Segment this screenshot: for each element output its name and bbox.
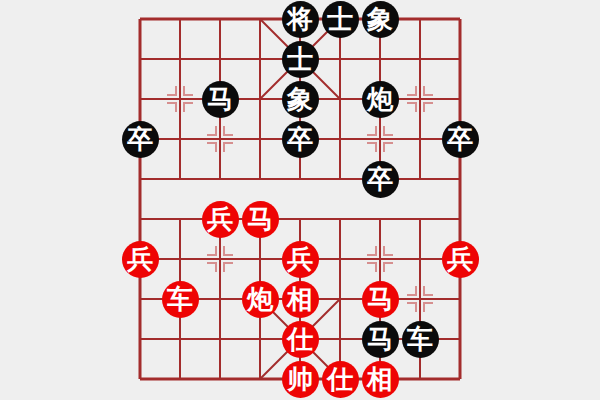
piece-black-cannon[interactable]: 炮 bbox=[362, 81, 399, 118]
piece-red-cannon[interactable]: 炮 bbox=[242, 281, 279, 318]
piece-red-advisor[interactable]: 仕 bbox=[282, 321, 319, 358]
piece-red-soldier[interactable]: 兵 bbox=[202, 201, 239, 238]
piece-black-advisor[interactable]: 士 bbox=[322, 1, 359, 38]
piece-red-elephant[interactable]: 相 bbox=[362, 361, 399, 398]
piece-black-advisor[interactable]: 士 bbox=[282, 41, 319, 78]
piece-red-soldier[interactable]: 兵 bbox=[282, 241, 319, 278]
piece-red-general[interactable]: 帅 bbox=[282, 361, 319, 398]
piece-black-chariot[interactable]: 车 bbox=[402, 321, 439, 358]
piece-black-soldier[interactable]: 卒 bbox=[122, 121, 159, 158]
piece-red-advisor[interactable]: 仕 bbox=[322, 361, 359, 398]
piece-red-elephant[interactable]: 相 bbox=[282, 281, 319, 318]
piece-black-soldier[interactable]: 卒 bbox=[442, 121, 479, 158]
piece-red-soldier[interactable]: 兵 bbox=[122, 241, 159, 278]
xiangqi-board[interactable]: 将士象士马象炮卒卒卒卒马车兵马兵兵兵车炮相马仕帅仕相 bbox=[0, 0, 600, 400]
piece-red-horse[interactable]: 马 bbox=[362, 281, 399, 318]
piece-black-general[interactable]: 将 bbox=[282, 1, 319, 38]
piece-red-horse[interactable]: 马 bbox=[242, 201, 279, 238]
piece-red-chariot[interactable]: 车 bbox=[162, 281, 199, 318]
piece-red-soldier[interactable]: 兵 bbox=[442, 241, 479, 278]
piece-black-elephant[interactable]: 象 bbox=[362, 1, 399, 38]
xiangqi-app: 将士象士马象炮卒卒卒卒马车兵马兵兵兵车炮相马仕帅仕相 bbox=[0, 0, 600, 400]
piece-black-horse[interactable]: 马 bbox=[202, 81, 239, 118]
piece-black-soldier[interactable]: 卒 bbox=[282, 121, 319, 158]
piece-black-elephant[interactable]: 象 bbox=[282, 81, 319, 118]
piece-black-soldier[interactable]: 卒 bbox=[362, 161, 399, 198]
piece-black-horse[interactable]: 马 bbox=[362, 321, 399, 358]
